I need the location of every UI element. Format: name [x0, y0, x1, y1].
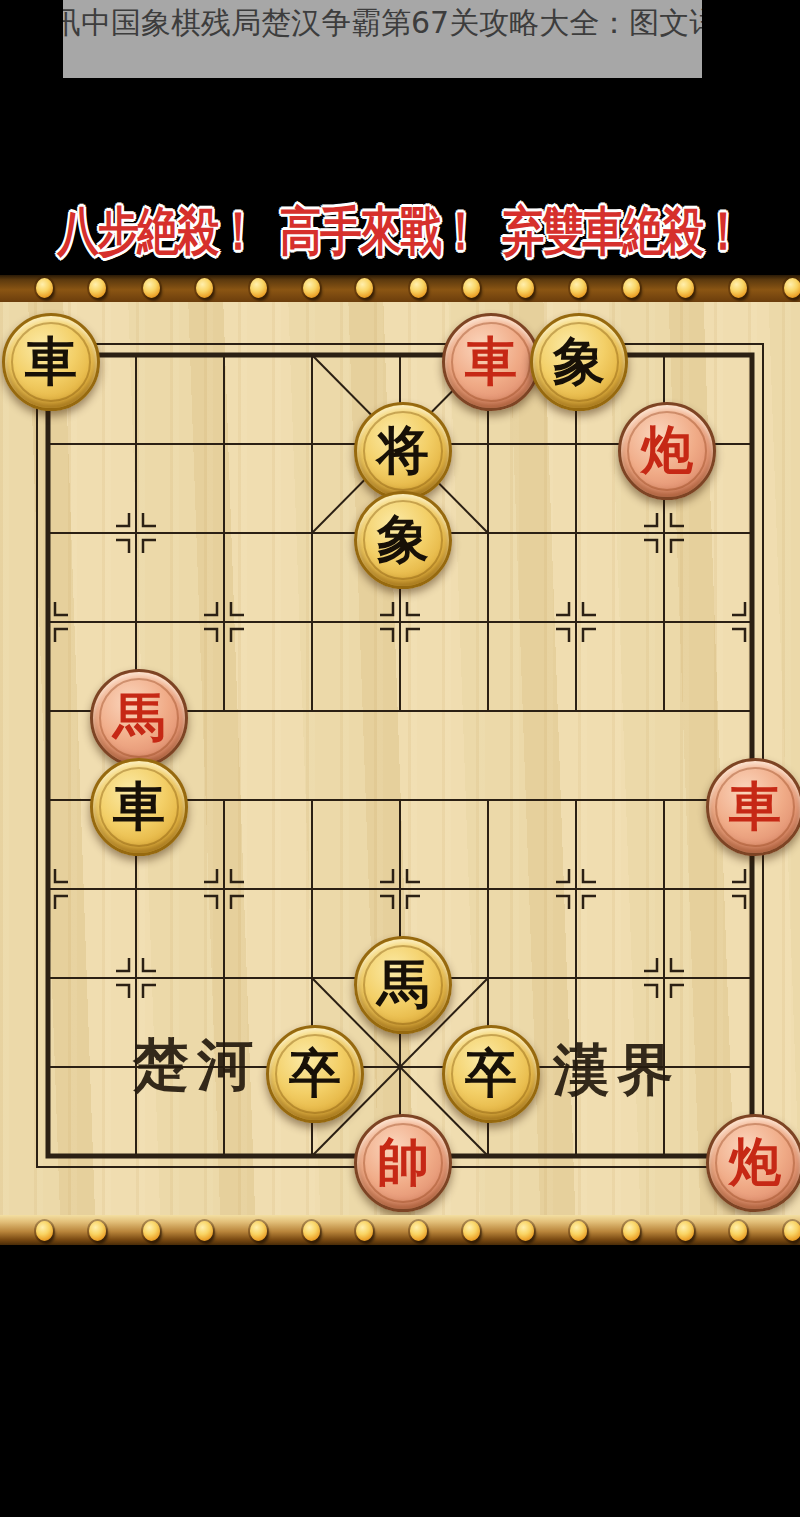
frame-stud: [517, 278, 534, 298]
frame-stud: [463, 278, 480, 298]
piece-red-general-c4r9[interactable]: 帥: [354, 1114, 452, 1212]
frame-stud: [784, 1221, 800, 1241]
frame-stud: [36, 1221, 53, 1241]
frame-stud: [143, 1221, 160, 1241]
river-label-left: 楚河: [133, 1028, 261, 1104]
piece-red-cannon-c8r9[interactable]: 炮: [706, 1114, 800, 1212]
frame-stud: [730, 278, 747, 298]
slogan-banner: 八步絶殺！ 高手來戰！ 弃雙車絶殺！: [0, 192, 800, 272]
frame-stud: [677, 278, 694, 298]
frame-stud: [250, 278, 267, 298]
piece-black-elephant-c4r2[interactable]: 象: [354, 491, 452, 589]
piece-black-soldier-c5r8[interactable]: 卒: [442, 1025, 540, 1123]
piece-red-horse-c1r4[interactable]: 馬: [90, 669, 188, 767]
frame-stud: [196, 278, 213, 298]
piece-black-soldier-c3r8[interactable]: 卒: [266, 1025, 364, 1123]
frame-stud: [36, 278, 53, 298]
board-frame-bottom: [0, 1215, 800, 1245]
frame-stud: [356, 1221, 373, 1241]
frame-stud: [196, 1221, 213, 1241]
page-title-text: 讯中国象棋残局楚汉争霸第67关攻略大全：图文详解全: [63, 3, 702, 44]
piece-black-chariot-c0r0[interactable]: 車: [2, 313, 100, 411]
frame-stud: [623, 1221, 640, 1241]
frame-stud: [410, 278, 427, 298]
frame-stud: [410, 1221, 427, 1241]
frame-stud: [623, 278, 640, 298]
frame-stud: [356, 278, 373, 298]
piece-black-horse-c4r7[interactable]: 馬: [354, 936, 452, 1034]
piece-red-chariot-c5r0[interactable]: 車: [442, 313, 540, 411]
board-frame-top: [0, 275, 800, 302]
frame-stud: [89, 1221, 106, 1241]
frame-stud: [250, 1221, 267, 1241]
frame-stud: [730, 1221, 747, 1241]
piece-black-general-c4r1[interactable]: 将: [354, 402, 452, 500]
slogan-text: 八步絶殺！ 高手來戰！ 弃雙車絶殺！: [58, 197, 743, 267]
frame-stud: [89, 278, 106, 298]
frame-stud: [570, 278, 587, 298]
frame-stud: [303, 278, 320, 298]
river-label-right: 漢界: [553, 1033, 681, 1109]
piece-red-chariot-c8r5[interactable]: 車: [706, 758, 800, 856]
page-title: 讯中国象棋残局楚汉争霸第67关攻略大全：图文详解全: [63, 0, 702, 78]
frame-stud: [784, 278, 800, 298]
piece-black-elephant-c6r0[interactable]: 象: [530, 313, 628, 411]
piece-red-cannon-c7r1[interactable]: 炮: [618, 402, 716, 500]
xiangqi-board[interactable]: 楚河 漢界 車車象将炮象馬車車馬卒卒帥炮: [0, 302, 800, 1215]
frame-stud: [517, 1221, 534, 1241]
frame-stud: [303, 1221, 320, 1241]
screen: 讯中国象棋残局楚汉争霸第67关攻略大全：图文详解全 八步絶殺！ 高手來戰！ 弃雙…: [0, 0, 800, 1517]
frame-stud: [570, 1221, 587, 1241]
frame-stud: [677, 1221, 694, 1241]
piece-black-chariot-c1r5[interactable]: 車: [90, 758, 188, 856]
frame-stud: [463, 1221, 480, 1241]
frame-stud: [143, 278, 160, 298]
